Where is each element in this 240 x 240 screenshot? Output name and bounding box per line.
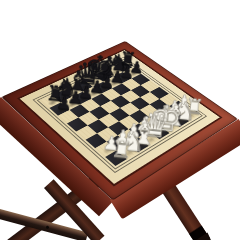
- board-frame: ♜♞♝♛♚♝♞♜♟♟♟♟♟♟♟♟♟♟♟♟♟♟♟♟♜♞♝♛♚♝♞♜: [1, 41, 238, 201]
- chess-table-top: ♜♞♝♛♚♝♞♜♟♟♟♟♟♟♟♟♟♟♟♟♟♟♟♟♜♞♝♛♚♝♞♜: [1, 41, 238, 201]
- chess-board-grid: ♜♞♝♛♚♝♞♜♟♟♟♟♟♟♟♟♟♟♟♟♟♟♟♟♜♞♝♛♚♝♞♜: [41, 61, 199, 166]
- border-line-inner: ♜♞♝♛♚♝♞♜♟♟♟♟♟♟♟♟♟♟♟♟♟♟♟♟♜♞♝♛♚♝♞♜: [37, 59, 203, 170]
- black-pawn-a7[interactable]: ♟: [55, 94, 72, 113]
- stretcher-bolt: [46, 225, 50, 229]
- product-photo-stage: ♜♞♝♛♚♝♞♜♟♟♟♟♟♟♟♟♟♟♟♟♟♟♟♟♜♞♝♛♚♝♞♜: [0, 0, 240, 240]
- square-d5[interactable]: [100, 101, 120, 114]
- square-a5[interactable]: [67, 118, 88, 132]
- white-rook-a1[interactable]: ♜: [110, 138, 133, 163]
